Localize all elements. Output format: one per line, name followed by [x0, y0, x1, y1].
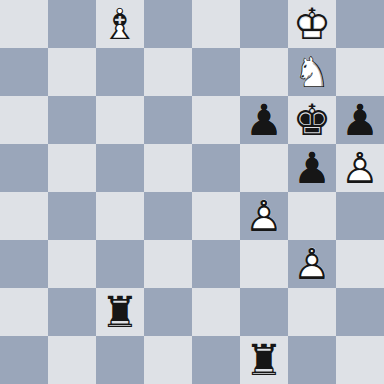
- square-f4[interactable]: ♟♙: [240, 192, 288, 240]
- piece-black-pawn[interactable]: ♟♟: [240, 96, 288, 144]
- square-b6[interactable]: [48, 96, 96, 144]
- square-c1[interactable]: [96, 336, 144, 384]
- piece-white-bishop[interactable]: ♝♗: [96, 0, 144, 48]
- square-d4[interactable]: [144, 192, 192, 240]
- piece-black-king[interactable]: ♚♚: [288, 96, 336, 144]
- square-a6[interactable]: [0, 96, 48, 144]
- square-c2[interactable]: ♜♜: [96, 288, 144, 336]
- square-e4[interactable]: [192, 192, 240, 240]
- square-b5[interactable]: [48, 144, 96, 192]
- white-bishop-icon: ♗: [96, 0, 144, 48]
- square-e8[interactable]: [192, 0, 240, 48]
- square-b7[interactable]: [48, 48, 96, 96]
- square-g5[interactable]: ♟♟: [288, 144, 336, 192]
- piece-white-knight[interactable]: ♞♘: [288, 48, 336, 96]
- black-pawn-icon: ♟: [240, 96, 288, 144]
- square-g1[interactable]: [288, 336, 336, 384]
- square-d5[interactable]: [144, 144, 192, 192]
- square-c3[interactable]: [96, 240, 144, 288]
- square-c7[interactable]: [96, 48, 144, 96]
- square-a8[interactable]: [0, 0, 48, 48]
- square-a7[interactable]: [0, 48, 48, 96]
- square-g8[interactable]: ♚♔: [288, 0, 336, 48]
- square-d1[interactable]: [144, 336, 192, 384]
- square-d2[interactable]: [144, 288, 192, 336]
- square-g2[interactable]: [288, 288, 336, 336]
- square-e6[interactable]: [192, 96, 240, 144]
- black-pawn-icon: ♟: [336, 96, 384, 144]
- square-f2[interactable]: [240, 288, 288, 336]
- square-g7[interactable]: ♞♘: [288, 48, 336, 96]
- square-e1[interactable]: [192, 336, 240, 384]
- square-h3[interactable]: [336, 240, 384, 288]
- white-knight-icon: ♘: [288, 48, 336, 96]
- square-c6[interactable]: [96, 96, 144, 144]
- square-b3[interactable]: [48, 240, 96, 288]
- piece-white-pawn[interactable]: ♟♙: [336, 144, 384, 192]
- square-b8[interactable]: [48, 0, 96, 48]
- square-b2[interactable]: [48, 288, 96, 336]
- square-d6[interactable]: [144, 96, 192, 144]
- piece-white-pawn[interactable]: ♟♙: [288, 240, 336, 288]
- piece-white-pawn[interactable]: ♟♙: [240, 192, 288, 240]
- black-king-icon: ♚: [288, 96, 336, 144]
- square-h1[interactable]: [336, 336, 384, 384]
- square-a2[interactable]: [0, 288, 48, 336]
- piece-black-pawn[interactable]: ♟♟: [288, 144, 336, 192]
- square-e2[interactable]: [192, 288, 240, 336]
- black-rook-icon: ♜: [240, 336, 288, 384]
- chess-board: ♝♗♚♔♞♘♟♟♚♚♟♟♟♟♟♙♟♙♟♙♜♜♜♜: [0, 0, 384, 384]
- square-a3[interactable]: [0, 240, 48, 288]
- white-pawn-icon: ♙: [288, 240, 336, 288]
- square-f5[interactable]: [240, 144, 288, 192]
- square-d3[interactable]: [144, 240, 192, 288]
- piece-black-rook[interactable]: ♜♜: [96, 288, 144, 336]
- piece-black-pawn[interactable]: ♟♟: [336, 96, 384, 144]
- white-king-icon: ♔: [288, 0, 336, 48]
- black-rook-icon: ♜: [96, 288, 144, 336]
- white-pawn-icon: ♙: [336, 144, 384, 192]
- square-g3[interactable]: ♟♙: [288, 240, 336, 288]
- square-c4[interactable]: [96, 192, 144, 240]
- square-a5[interactable]: [0, 144, 48, 192]
- square-f3[interactable]: [240, 240, 288, 288]
- square-a1[interactable]: [0, 336, 48, 384]
- piece-white-king[interactable]: ♚♔: [288, 0, 336, 48]
- square-h8[interactable]: [336, 0, 384, 48]
- square-f8[interactable]: [240, 0, 288, 48]
- square-h6[interactable]: ♟♟: [336, 96, 384, 144]
- square-f6[interactable]: ♟♟: [240, 96, 288, 144]
- square-f7[interactable]: [240, 48, 288, 96]
- square-d8[interactable]: [144, 0, 192, 48]
- black-pawn-icon: ♟: [288, 144, 336, 192]
- square-e3[interactable]: [192, 240, 240, 288]
- square-g6[interactable]: ♚♚: [288, 96, 336, 144]
- square-f1[interactable]: ♜♜: [240, 336, 288, 384]
- piece-black-rook[interactable]: ♜♜: [240, 336, 288, 384]
- square-h4[interactable]: [336, 192, 384, 240]
- square-b4[interactable]: [48, 192, 96, 240]
- square-h5[interactable]: ♟♙: [336, 144, 384, 192]
- white-pawn-icon: ♙: [240, 192, 288, 240]
- square-e5[interactable]: [192, 144, 240, 192]
- square-a4[interactable]: [0, 192, 48, 240]
- square-c5[interactable]: [96, 144, 144, 192]
- square-h2[interactable]: [336, 288, 384, 336]
- square-g4[interactable]: [288, 192, 336, 240]
- square-b1[interactable]: [48, 336, 96, 384]
- square-h7[interactable]: [336, 48, 384, 96]
- square-e7[interactable]: [192, 48, 240, 96]
- square-c8[interactable]: ♝♗: [96, 0, 144, 48]
- square-d7[interactable]: [144, 48, 192, 96]
